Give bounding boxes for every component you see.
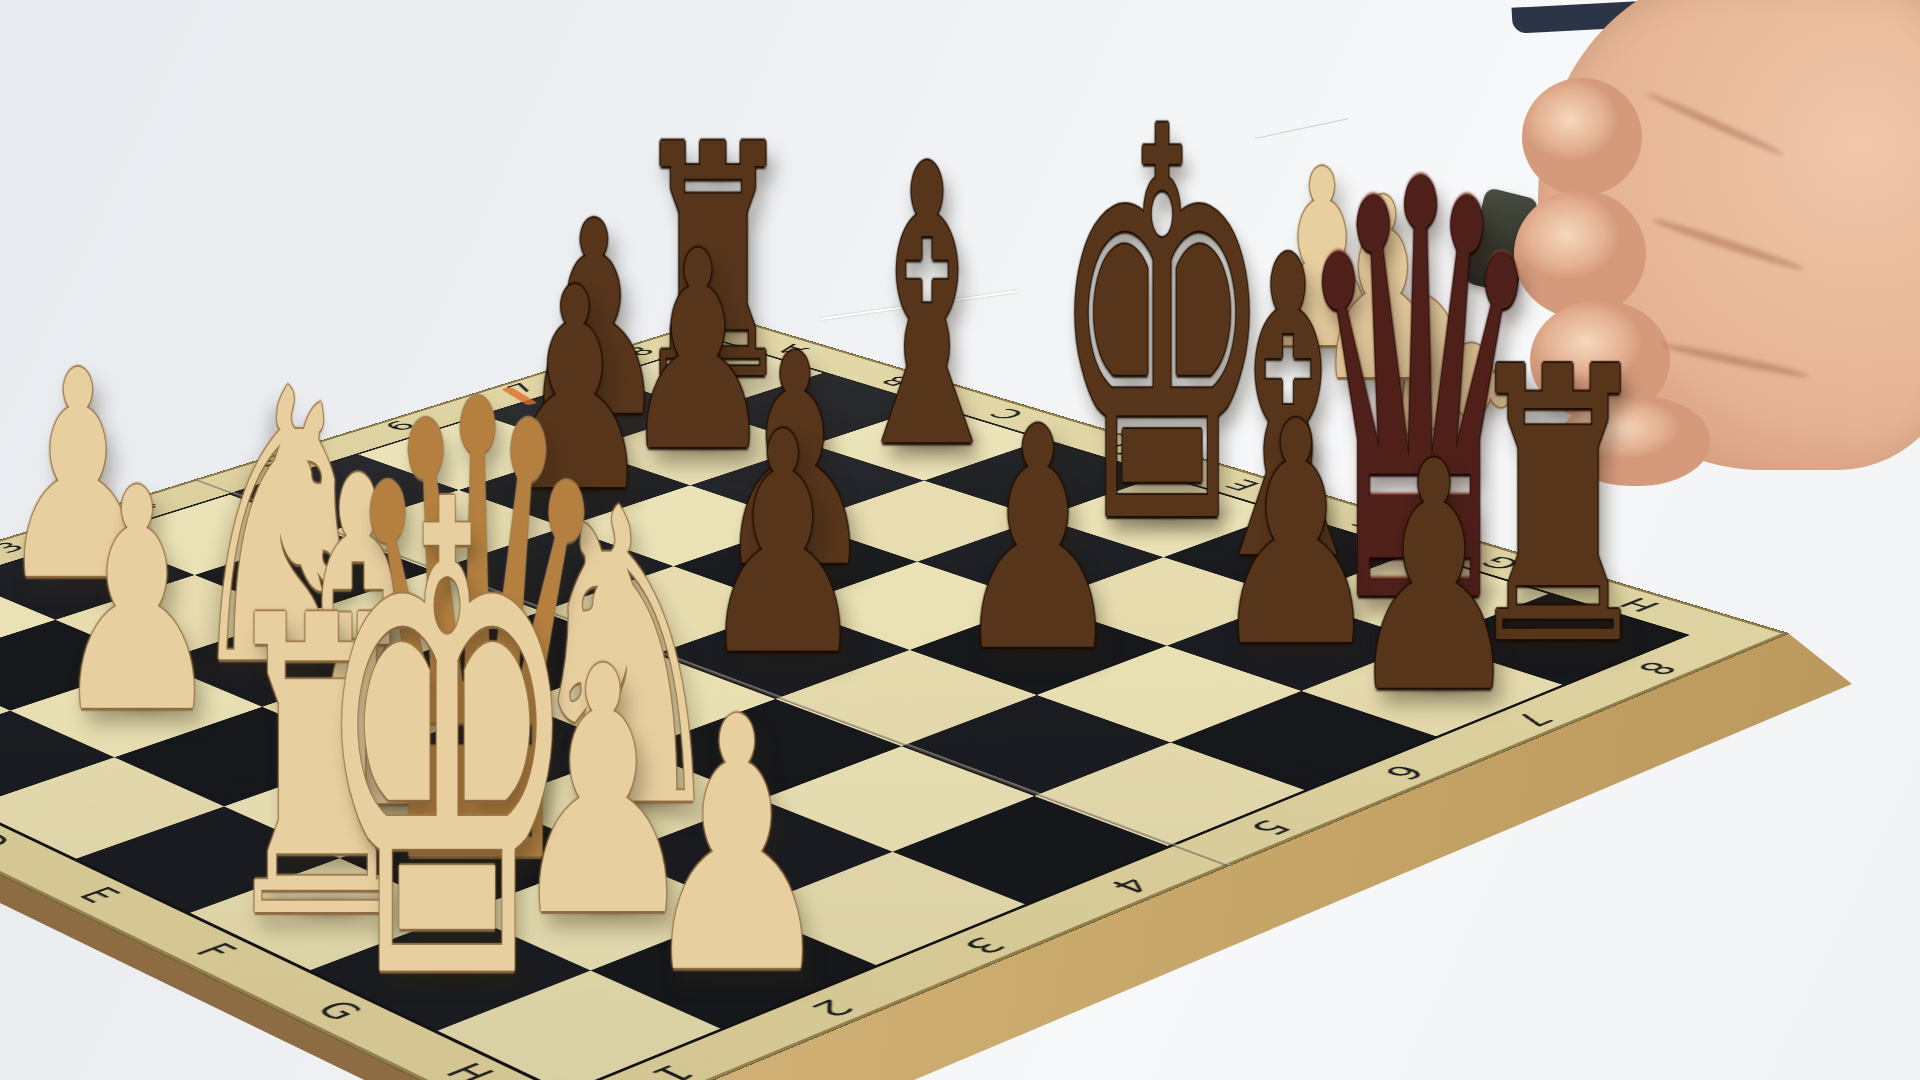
piece-white-p-h2[interactable]: ♟ bbox=[640, 690, 834, 1004]
piece-white-p-c2[interactable]: ♟ bbox=[52, 465, 222, 740]
piece-black-p-h7[interactable]: ♟ bbox=[1346, 438, 1521, 722]
piece-black-p-f6[interactable]: ♟ bbox=[953, 404, 1123, 679]
piece-white-k-g1[interactable]: ♚ bbox=[313, 453, 581, 1039]
photo-scene: ABCDEFGHABCDEFGH1234567812345678 ♟♟♞♝♞♛♜… bbox=[0, 0, 1920, 1080]
